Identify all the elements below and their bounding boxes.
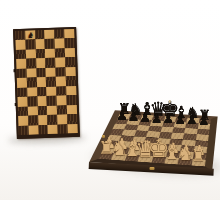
folded-board-grid: ♞ (15, 29, 78, 135)
folded-square (48, 124, 58, 134)
folded-square (47, 86, 57, 96)
folded-square (17, 97, 27, 107)
hinge-dot (15, 103, 17, 106)
folded-square (26, 68, 36, 78)
folded-square (64, 29, 74, 39)
folded-square (28, 106, 38, 116)
folded-square (38, 125, 48, 135)
folded-square (67, 105, 77, 115)
folded-square (18, 125, 28, 135)
folded-square (26, 49, 36, 59)
folded-square (67, 114, 77, 124)
folded-square (55, 58, 65, 68)
folded-square (37, 87, 47, 97)
folded-square (37, 96, 47, 106)
folded-square (68, 123, 78, 133)
chess-board-grid (98, 113, 210, 166)
folded-square (37, 106, 47, 116)
folded-square (48, 115, 58, 125)
black-king-finial (169, 100, 172, 103)
folded-square (16, 50, 26, 60)
folded-square (46, 58, 56, 68)
square-g1 (178, 158, 193, 166)
folded-square (27, 78, 37, 88)
folded-square (18, 106, 28, 116)
folded-square (17, 78, 27, 88)
folded-square (45, 30, 55, 40)
folded-square (45, 39, 55, 49)
folded-square (36, 68, 46, 78)
folded-square (15, 31, 25, 41)
folded-square (16, 69, 26, 79)
folded-square (57, 105, 67, 115)
knight-logo-emblem: ♞ (26, 31, 34, 40)
folded-square (16, 59, 26, 69)
folded-square (57, 95, 67, 105)
folded-square (17, 87, 27, 97)
folded-square (56, 67, 66, 77)
folded-square (15, 40, 25, 50)
folded-square (65, 57, 75, 67)
folded-square (35, 39, 45, 49)
folded-square (36, 58, 46, 68)
folded-square (65, 48, 75, 58)
folded-square (18, 116, 28, 126)
folded-square (58, 124, 68, 134)
folded-chessboard: ♞ (13, 27, 80, 139)
folded-square (66, 67, 76, 77)
folded-square (56, 77, 66, 87)
folded-square (28, 125, 38, 135)
hinge-dot (13, 69, 15, 72)
folded-square (54, 29, 64, 39)
folded-square (38, 115, 48, 125)
folded-square (65, 38, 75, 48)
folded-square (47, 96, 57, 106)
open-chessboard (89, 110, 217, 171)
square-h1 (191, 159, 205, 167)
product-photo-scene: ♞ ♜♞♝♛♚♝♞♜♟♟♟♟♟♟♟♟♟♟♟♟♟♟♟♟♜♞♝♛♚♝♞♜ (0, 0, 220, 200)
folded-square (25, 40, 35, 50)
folded-square (57, 114, 67, 124)
folded-square (35, 30, 45, 40)
folded-square (36, 77, 46, 87)
folded-square (46, 77, 56, 87)
folded-square (27, 97, 37, 107)
folded-square (66, 86, 76, 96)
folded-square (45, 49, 55, 59)
folded-square (28, 115, 38, 125)
folded-square (67, 95, 77, 105)
folded-square (66, 76, 76, 86)
folded-square: ♞ (25, 30, 35, 40)
folded-square (47, 105, 57, 115)
folded-square (35, 49, 45, 59)
folded-square (56, 86, 66, 96)
folded-square (46, 67, 56, 77)
folded-square (55, 39, 65, 49)
folded-square (26, 59, 36, 69)
folded-square (55, 48, 65, 58)
folded-square (27, 87, 37, 97)
